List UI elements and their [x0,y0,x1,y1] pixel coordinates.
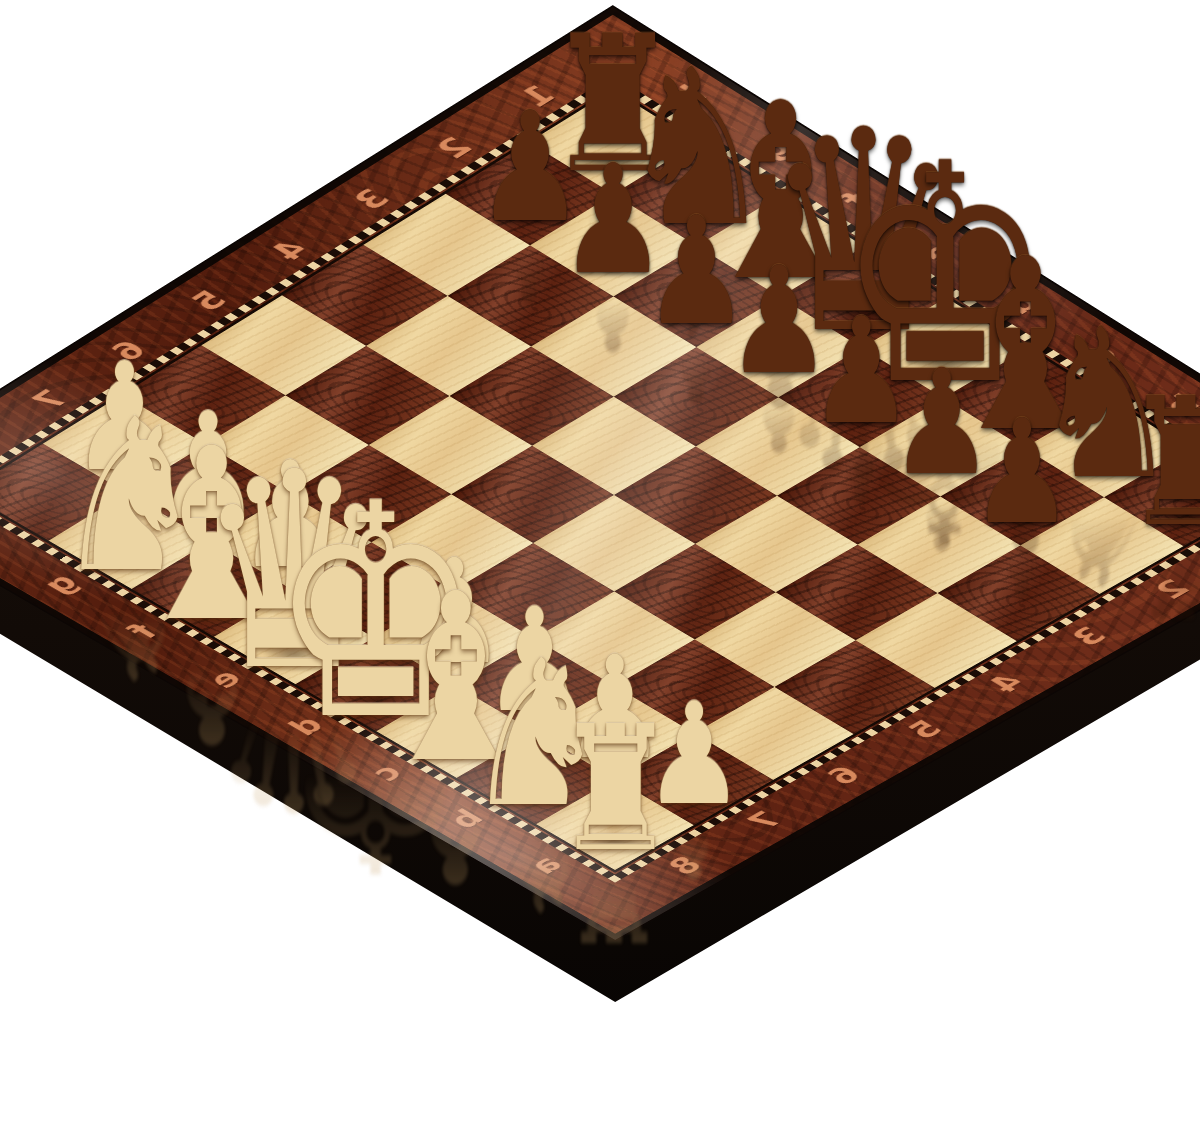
white-rook-a8[interactable]: ♜ [546,704,684,877]
black-pawn-b2[interactable]: ♟ [965,400,1080,544]
scene: abcdefgh abcdefgh 12345678 12345678 ♜♜♞♞… [0,0,1200,1146]
black-rook-a1[interactable]: ♜ [1115,375,1200,552]
pieces-layer: ♜♜♞♞♝♝♚♚♛♛♝♝♞♞♟♟♟♟♟♟♟♟♟♟♟♟♟♟♜♜♞♞♝♝♚♚♛♛♝♝… [0,0,1200,1146]
